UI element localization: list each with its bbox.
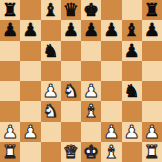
square-g3[interactable] bbox=[122, 101, 142, 121]
square-e6[interactable] bbox=[81, 41, 101, 61]
square-g6[interactable]: ♟ bbox=[122, 41, 142, 61]
square-d2[interactable] bbox=[61, 122, 81, 142]
white-knight-icon[interactable]: ♞ bbox=[63, 81, 79, 101]
square-d7[interactable]: ♟ bbox=[61, 20, 81, 40]
square-c7[interactable] bbox=[41, 20, 61, 40]
square-b4[interactable] bbox=[20, 81, 40, 101]
square-b7[interactable]: ♟ bbox=[20, 20, 40, 40]
white-king-icon[interactable]: ♚ bbox=[83, 142, 99, 162]
square-c4[interactable]: ♟ bbox=[41, 81, 61, 101]
white-pawn-icon[interactable]: ♟ bbox=[124, 122, 140, 142]
square-c3[interactable]: ♞ bbox=[41, 101, 61, 121]
black-bishop-icon[interactable]: ♝ bbox=[124, 20, 140, 40]
square-g2[interactable]: ♟ bbox=[122, 122, 142, 142]
square-f7[interactable]: ♟ bbox=[101, 20, 121, 40]
white-pawn-icon[interactable]: ♟ bbox=[43, 81, 59, 101]
square-h6[interactable] bbox=[142, 41, 162, 61]
black-pawn-icon[interactable]: ♟ bbox=[83, 20, 99, 40]
square-e1[interactable]: ♚ bbox=[81, 142, 101, 162]
black-pawn-icon[interactable]: ♟ bbox=[22, 20, 38, 40]
white-knight-icon[interactable]: ♞ bbox=[43, 101, 59, 121]
square-e4[interactable]: ♟ bbox=[81, 81, 101, 101]
square-a1[interactable]: ♜ bbox=[0, 142, 20, 162]
square-a2[interactable]: ♟ bbox=[0, 122, 20, 142]
square-h7[interactable]: ♟ bbox=[142, 20, 162, 40]
black-knight-icon[interactable]: ♞ bbox=[124, 81, 140, 101]
square-h3[interactable] bbox=[142, 101, 162, 121]
square-a5[interactable] bbox=[0, 61, 20, 81]
square-f6[interactable] bbox=[101, 41, 121, 61]
square-f5[interactable] bbox=[101, 61, 121, 81]
square-f3[interactable] bbox=[101, 101, 121, 121]
square-b2[interactable]: ♟ bbox=[20, 122, 40, 142]
square-e5[interactable] bbox=[81, 61, 101, 81]
black-pawn-icon[interactable]: ♟ bbox=[144, 20, 160, 40]
white-pawn-icon[interactable]: ♟ bbox=[2, 122, 18, 142]
black-queen-icon[interactable]: ♛ bbox=[63, 0, 79, 20]
square-a6[interactable] bbox=[0, 41, 20, 61]
square-h1[interactable]: ♜ bbox=[142, 142, 162, 162]
square-a7[interactable]: ♟ bbox=[0, 20, 20, 40]
square-b5[interactable] bbox=[20, 61, 40, 81]
white-pawn-icon[interactable]: ♟ bbox=[83, 81, 99, 101]
square-d6[interactable] bbox=[61, 41, 81, 61]
square-h8[interactable]: ♜ bbox=[142, 0, 162, 20]
black-knight-icon[interactable]: ♞ bbox=[43, 41, 59, 61]
square-d3[interactable] bbox=[61, 101, 81, 121]
white-rook-icon[interactable]: ♜ bbox=[2, 142, 18, 162]
white-pawn-icon[interactable]: ♟ bbox=[144, 122, 160, 142]
square-d1[interactable]: ♛ bbox=[61, 142, 81, 162]
black-rook-icon[interactable]: ♜ bbox=[144, 0, 160, 20]
square-h5[interactable] bbox=[142, 61, 162, 81]
square-c2[interactable] bbox=[41, 122, 61, 142]
white-queen-icon[interactable]: ♛ bbox=[63, 142, 79, 162]
chess-board: ♜♝♛♚♜♟♟♟♟♟♝♟♞♟♟♞♟♞♞♝♟♟♟♟♟♜♛♚♝♜ bbox=[0, 0, 162, 162]
white-bishop-icon[interactable]: ♝ bbox=[83, 101, 99, 121]
square-b6[interactable] bbox=[20, 41, 40, 61]
black-rook-icon[interactable]: ♜ bbox=[2, 0, 18, 20]
square-d4[interactable]: ♞ bbox=[61, 81, 81, 101]
square-e7[interactable]: ♟ bbox=[81, 20, 101, 40]
square-a3[interactable] bbox=[0, 101, 20, 121]
black-pawn-icon[interactable]: ♟ bbox=[124, 41, 140, 61]
black-pawn-icon[interactable]: ♟ bbox=[2, 20, 18, 40]
square-d5[interactable] bbox=[61, 61, 81, 81]
square-h2[interactable]: ♟ bbox=[142, 122, 162, 142]
square-b1[interactable] bbox=[20, 142, 40, 162]
black-king-icon[interactable]: ♚ bbox=[83, 0, 99, 20]
square-f1[interactable]: ♝ bbox=[101, 142, 121, 162]
square-g1[interactable] bbox=[122, 142, 142, 162]
white-bishop-icon[interactable]: ♝ bbox=[103, 142, 119, 162]
white-pawn-icon[interactable]: ♟ bbox=[22, 122, 38, 142]
square-e2[interactable] bbox=[81, 122, 101, 142]
square-c8[interactable]: ♝ bbox=[41, 0, 61, 20]
white-rook-icon[interactable]: ♜ bbox=[144, 142, 160, 162]
square-b3[interactable] bbox=[20, 101, 40, 121]
square-e8[interactable]: ♚ bbox=[81, 0, 101, 20]
square-g5[interactable] bbox=[122, 61, 142, 81]
square-c1[interactable] bbox=[41, 142, 61, 162]
square-e3[interactable]: ♝ bbox=[81, 101, 101, 121]
black-pawn-icon[interactable]: ♟ bbox=[63, 20, 79, 40]
square-c5[interactable] bbox=[41, 61, 61, 81]
square-b8[interactable] bbox=[20, 0, 40, 20]
black-bishop-icon[interactable]: ♝ bbox=[43, 0, 59, 20]
square-g7[interactable]: ♝ bbox=[122, 20, 142, 40]
square-d8[interactable]: ♛ bbox=[61, 0, 81, 20]
square-a4[interactable] bbox=[0, 81, 20, 101]
square-g4[interactable]: ♞ bbox=[122, 81, 142, 101]
white-pawn-icon[interactable]: ♟ bbox=[103, 122, 119, 142]
square-f4[interactable] bbox=[101, 81, 121, 101]
square-h4[interactable] bbox=[142, 81, 162, 101]
square-c6[interactable]: ♞ bbox=[41, 41, 61, 61]
square-f2[interactable]: ♟ bbox=[101, 122, 121, 142]
square-f8[interactable] bbox=[101, 0, 121, 20]
black-pawn-icon[interactable]: ♟ bbox=[103, 20, 119, 40]
square-a8[interactable]: ♜ bbox=[0, 0, 20, 20]
square-g8[interactable] bbox=[122, 0, 142, 20]
